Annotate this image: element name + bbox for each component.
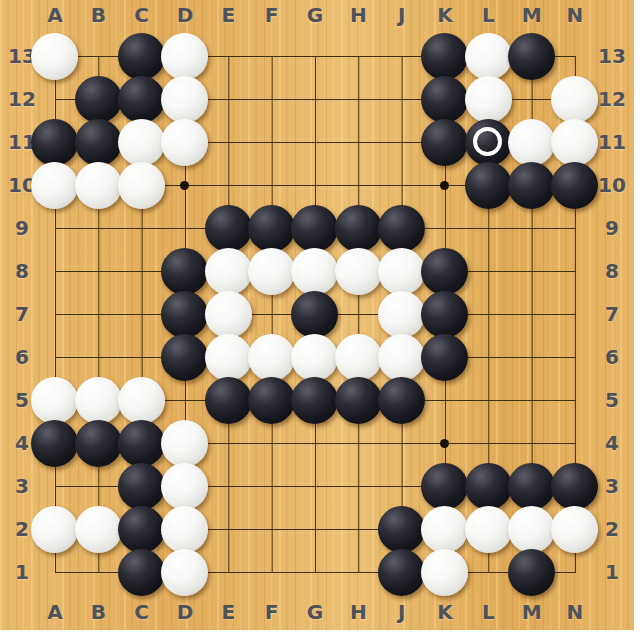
white-stone-B2 (75, 506, 122, 553)
black-stone-D6 (161, 334, 208, 381)
intersection-N10[interactable] (553, 164, 596, 207)
white-stone-C10 (118, 162, 165, 209)
coord-label-right-1: 1 (594, 559, 630, 585)
intersection-G8[interactable] (293, 250, 336, 293)
intersection-D13[interactable] (163, 35, 206, 78)
coord-label-right-2: 2 (594, 516, 630, 542)
intersection-K1[interactable] (423, 551, 466, 594)
intersection-L3[interactable] (467, 465, 510, 508)
intersection-M2[interactable] (510, 508, 553, 551)
white-stone-G8 (291, 248, 338, 295)
intersection-L8[interactable] (467, 250, 510, 293)
intersection-B12[interactable] (77, 78, 120, 121)
white-stone-B10 (75, 162, 122, 209)
intersection-N4[interactable] (553, 422, 596, 465)
black-stone-K3 (421, 463, 468, 510)
intersection-D7[interactable] (163, 293, 206, 336)
black-stone-K13 (421, 33, 468, 80)
intersection-C5[interactable] (120, 379, 163, 422)
coord-label-bottom-J: J (387, 599, 417, 625)
intersection-N6[interactable] (553, 336, 596, 379)
intersection-G13[interactable] (293, 35, 336, 78)
intersection-H7[interactable] (337, 293, 380, 336)
coord-label-top-C: C (127, 2, 157, 28)
black-stone-J9 (378, 205, 425, 252)
intersection-E10[interactable] (207, 164, 250, 207)
intersection-F7[interactable] (250, 293, 293, 336)
coord-label-top-A: A (40, 2, 70, 28)
intersection-D6[interactable] (163, 336, 206, 379)
intersection-H12[interactable] (337, 78, 380, 121)
intersection-F11[interactable] (250, 121, 293, 164)
white-stone-M2 (508, 506, 555, 553)
intersection-J2[interactable] (380, 508, 423, 551)
intersection-A10[interactable] (33, 164, 76, 207)
white-stone-N11 (551, 119, 598, 166)
coord-label-top-F: F (257, 2, 287, 28)
intersection-L9[interactable] (467, 207, 510, 250)
intersection-H3[interactable] (337, 465, 380, 508)
coord-label-bottom-K: K (430, 599, 460, 625)
intersection-A13[interactable] (33, 35, 76, 78)
black-stone-D8 (161, 248, 208, 295)
intersection-A1[interactable] (33, 551, 76, 594)
intersection-M8[interactable] (510, 250, 553, 293)
intersection-N11[interactable] (553, 121, 596, 164)
black-stone-N3 (551, 463, 598, 510)
intersection-C3[interactable] (120, 465, 163, 508)
intersection-A6[interactable] (33, 336, 76, 379)
intersection-G12[interactable] (293, 78, 336, 121)
intersection-J13[interactable] (380, 35, 423, 78)
black-stone-D7 (161, 291, 208, 338)
intersection-M4[interactable] (510, 422, 553, 465)
intersection-N7[interactable] (553, 293, 596, 336)
black-stone-K8 (421, 248, 468, 295)
coord-label-right-4: 4 (594, 430, 630, 456)
intersection-C13[interactable] (120, 35, 163, 78)
intersection-E8[interactable] (207, 250, 250, 293)
intersection-A12[interactable] (33, 78, 76, 121)
intersection-J12[interactable] (380, 78, 423, 121)
black-stone-K11 (421, 119, 468, 166)
intersection-H10[interactable] (337, 164, 380, 207)
intersection-D12[interactable] (163, 78, 206, 121)
coord-label-right-7: 7 (594, 301, 630, 327)
intersection-C11[interactable] (120, 121, 163, 164)
intersection-L7[interactable] (467, 293, 510, 336)
white-stone-D13 (161, 33, 208, 80)
intersection-L4[interactable] (467, 422, 510, 465)
intersection-B6[interactable] (77, 336, 120, 379)
intersection-C2[interactable] (120, 508, 163, 551)
coord-label-bottom-C: C (127, 599, 157, 625)
intersection-E11[interactable] (207, 121, 250, 164)
intersection-J9[interactable] (380, 207, 423, 250)
white-stone-F8 (248, 248, 295, 295)
coord-label-bottom-N: N (560, 599, 590, 625)
intersection-F9[interactable] (250, 207, 293, 250)
white-stone-A5 (31, 377, 78, 424)
intersection-E7[interactable] (207, 293, 250, 336)
intersection-J3[interactable] (380, 465, 423, 508)
intersection-C12[interactable] (120, 78, 163, 121)
white-stone-H8 (335, 248, 382, 295)
white-stone-N12 (551, 76, 598, 123)
black-stone-J5 (378, 377, 425, 424)
white-stone-D11 (161, 119, 208, 166)
intersection-D8[interactable] (163, 250, 206, 293)
intersection-G10[interactable] (293, 164, 336, 207)
intersection-K10[interactable] (423, 164, 466, 207)
white-stone-L13 (465, 33, 512, 80)
coord-label-right-6: 6 (594, 344, 630, 370)
coord-label-right-13: 13 (594, 43, 630, 69)
intersection-M1[interactable] (510, 551, 553, 594)
intersection-E1[interactable] (207, 551, 250, 594)
intersection-J4[interactable] (380, 422, 423, 465)
black-stone-J2 (378, 506, 425, 553)
intersection-A7[interactable] (33, 293, 76, 336)
black-stone-L11 (465, 119, 512, 166)
intersection-F5[interactable] (250, 379, 293, 422)
intersection-K13[interactable] (423, 35, 466, 78)
white-stone-L2 (465, 506, 512, 553)
coord-label-right-5: 5 (594, 387, 630, 413)
coord-label-right-9: 9 (594, 215, 630, 241)
white-stone-D12 (161, 76, 208, 123)
white-stone-E8 (205, 248, 252, 295)
intersection-C10[interactable] (120, 164, 163, 207)
intersection-D5[interactable] (163, 379, 206, 422)
intersection-G7[interactable] (293, 293, 336, 336)
black-stone-K6 (421, 334, 468, 381)
intersection-E9[interactable] (207, 207, 250, 250)
intersection-F13[interactable] (250, 35, 293, 78)
intersection-B5[interactable] (77, 379, 120, 422)
white-stone-L12 (465, 76, 512, 123)
black-stone-C4 (118, 420, 165, 467)
coord-label-top-B: B (83, 2, 113, 28)
intersection-N5[interactable] (553, 379, 596, 422)
coord-label-bottom-A: A (40, 599, 70, 625)
intersection-B10[interactable] (77, 164, 120, 207)
intersection-C4[interactable] (120, 422, 163, 465)
intersection-G4[interactable] (293, 422, 336, 465)
white-stone-C11 (118, 119, 165, 166)
intersection-M5[interactable] (510, 379, 553, 422)
intersection-K9[interactable] (423, 207, 466, 250)
coord-label-top-M: M (517, 2, 547, 28)
white-stone-C5 (118, 377, 165, 424)
black-stone-B12 (75, 76, 122, 123)
intersection-A3[interactable] (33, 465, 76, 508)
intersection-B2[interactable] (77, 508, 120, 551)
intersection-J8[interactable] (380, 250, 423, 293)
coord-label-bottom-E: E (213, 599, 243, 625)
intersection-H6[interactable] (337, 336, 380, 379)
black-stone-C12 (118, 76, 165, 123)
coord-label-top-J: J (387, 2, 417, 28)
intersection-M7[interactable] (510, 293, 553, 336)
intersection-L1[interactable] (467, 551, 510, 594)
intersection-E13[interactable] (207, 35, 250, 78)
intersection-E12[interactable] (207, 78, 250, 121)
black-stone-L3 (465, 463, 512, 510)
intersection-A9[interactable] (33, 207, 76, 250)
white-stone-J6 (378, 334, 425, 381)
coord-label-bottom-F: F (257, 599, 287, 625)
intersection-J10[interactable] (380, 164, 423, 207)
coord-label-top-G: G (300, 2, 330, 28)
intersection-K5[interactable] (423, 379, 466, 422)
coord-label-right-12: 12 (594, 86, 630, 112)
coord-label-top-E: E (213, 2, 243, 28)
coord-label-bottom-D: D (170, 599, 200, 625)
intersection-G9[interactable] (293, 207, 336, 250)
black-stone-N10 (551, 162, 598, 209)
intersection-M12[interactable] (510, 78, 553, 121)
intersection-H13[interactable] (337, 35, 380, 78)
intersection-E6[interactable] (207, 336, 250, 379)
intersection-L2[interactable] (467, 508, 510, 551)
coord-label-top-D: D (170, 2, 200, 28)
black-stone-B11 (75, 119, 122, 166)
intersection-D11[interactable] (163, 121, 206, 164)
coord-label-bottom-G: G (300, 599, 330, 625)
intersection-K12[interactable] (423, 78, 466, 121)
intersection-G6[interactable] (293, 336, 336, 379)
intersection-B13[interactable] (77, 35, 120, 78)
intersection-B11[interactable] (77, 121, 120, 164)
black-stone-H5 (335, 377, 382, 424)
intersection-D10[interactable] (163, 164, 206, 207)
black-stone-J1 (378, 549, 425, 596)
intersection-B7[interactable] (77, 293, 120, 336)
intersection-J11[interactable] (380, 121, 423, 164)
white-stone-G6 (291, 334, 338, 381)
intersection-F12[interactable] (250, 78, 293, 121)
coord-label-right-8: 8 (594, 258, 630, 284)
black-stone-E9 (205, 205, 252, 252)
intersection-F4[interactable] (250, 422, 293, 465)
black-stone-C2 (118, 506, 165, 553)
intersection-B3[interactable] (77, 465, 120, 508)
intersection-N1[interactable] (553, 551, 596, 594)
intersection-C6[interactable] (120, 336, 163, 379)
intersection-D9[interactable] (163, 207, 206, 250)
black-stone-C1 (118, 549, 165, 596)
intersection-A2[interactable] (33, 508, 76, 551)
intersection-N3[interactable] (553, 465, 596, 508)
intersection-H11[interactable] (337, 121, 380, 164)
coord-label-bottom-H: H (343, 599, 373, 625)
intersection-A11[interactable] (33, 121, 76, 164)
intersection-A8[interactable] (33, 250, 76, 293)
white-stone-J8 (378, 248, 425, 295)
intersection-N8[interactable] (553, 250, 596, 293)
black-stone-M13 (508, 33, 555, 80)
intersection-L12[interactable] (467, 78, 510, 121)
black-stone-F5 (248, 377, 295, 424)
black-stone-C3 (118, 463, 165, 510)
intersection-L11[interactable] (467, 121, 510, 164)
intersection-B4[interactable] (77, 422, 120, 465)
intersection-D1[interactable] (163, 551, 206, 594)
white-stone-D2 (161, 506, 208, 553)
intersection-N12[interactable] (553, 78, 596, 121)
black-stone-M3 (508, 463, 555, 510)
intersection-D3[interactable] (163, 465, 206, 508)
intersection-G3[interactable] (293, 465, 336, 508)
intersection-B1[interactable] (77, 551, 120, 594)
coord-label-right-11: 11 (594, 129, 630, 155)
intersection-N9[interactable] (553, 207, 596, 250)
intersection-C1[interactable] (120, 551, 163, 594)
coord-label-bottom-B: B (83, 599, 113, 625)
white-stone-A10 (31, 162, 78, 209)
intersection-J6[interactable] (380, 336, 423, 379)
intersection-L6[interactable] (467, 336, 510, 379)
black-stone-K7 (421, 291, 468, 338)
black-stone-A4 (31, 420, 78, 467)
intersection-E2[interactable] (207, 508, 250, 551)
coord-label-bottom-M: M (517, 599, 547, 625)
intersection-F6[interactable] (250, 336, 293, 379)
white-stone-N2 (551, 506, 598, 553)
black-stone-F9 (248, 205, 295, 252)
intersection-H4[interactable] (337, 422, 380, 465)
intersection-B8[interactable] (77, 250, 120, 293)
intersection-L10[interactable] (467, 164, 510, 207)
intersection-F1[interactable] (250, 551, 293, 594)
intersection-F8[interactable] (250, 250, 293, 293)
intersection-N2[interactable] (553, 508, 596, 551)
last-move-marker (473, 127, 502, 156)
coord-label-top-L: L (473, 2, 503, 28)
intersection-H8[interactable] (337, 250, 380, 293)
intersection-K6[interactable] (423, 336, 466, 379)
black-stone-C13 (118, 33, 165, 80)
black-stone-L10 (465, 162, 512, 209)
white-stone-M11 (508, 119, 555, 166)
intersection-C7[interactable] (120, 293, 163, 336)
black-stone-A11 (31, 119, 78, 166)
intersection-M6[interactable] (510, 336, 553, 379)
white-stone-A13 (31, 33, 78, 80)
white-stone-D1 (161, 549, 208, 596)
intersection-E5[interactable] (207, 379, 250, 422)
intersection-G1[interactable] (293, 551, 336, 594)
intersection-K11[interactable] (423, 121, 466, 164)
intersection-B9[interactable] (77, 207, 120, 250)
intersection-A4[interactable] (33, 422, 76, 465)
white-stone-K2 (421, 506, 468, 553)
intersection-L5[interactable] (467, 379, 510, 422)
intersection-K4[interactable] (423, 422, 466, 465)
intersection-K3[interactable] (423, 465, 466, 508)
intersection-M3[interactable] (510, 465, 553, 508)
intersection-F10[interactable] (250, 164, 293, 207)
intersection-E3[interactable] (207, 465, 250, 508)
go-board: AABBCCDDEEFFGGHHJJKKLLMMNN13131212111110… (0, 0, 634, 630)
intersection-J1[interactable] (380, 551, 423, 594)
black-stone-G9 (291, 205, 338, 252)
white-stone-F6 (248, 334, 295, 381)
coord-label-right-10: 10 (594, 172, 630, 198)
white-stone-J7 (378, 291, 425, 338)
coord-label-right-3: 3 (594, 473, 630, 499)
intersection-E4[interactable] (207, 422, 250, 465)
intersection-H2[interactable] (337, 508, 380, 551)
black-stone-K12 (421, 76, 468, 123)
white-stone-E6 (205, 334, 252, 381)
coord-label-bottom-L: L (473, 599, 503, 625)
black-stone-M1 (508, 549, 555, 596)
intersection-J5[interactable] (380, 379, 423, 422)
white-stone-B5 (75, 377, 122, 424)
white-stone-K1 (421, 549, 468, 596)
intersection-H5[interactable] (337, 379, 380, 422)
intersection-G2[interactable] (293, 508, 336, 551)
intersection-D4[interactable] (163, 422, 206, 465)
coord-label-top-H: H (343, 2, 373, 28)
black-stone-M10 (508, 162, 555, 209)
white-stone-D4 (161, 420, 208, 467)
black-stone-H9 (335, 205, 382, 252)
black-stone-B4 (75, 420, 122, 467)
intersection-M9[interactable] (510, 207, 553, 250)
intersection-H9[interactable] (337, 207, 380, 250)
intersection-G11[interactable] (293, 121, 336, 164)
white-stone-D3 (161, 463, 208, 510)
intersection-D2[interactable] (163, 508, 206, 551)
intersection-F3[interactable] (250, 465, 293, 508)
intersection-C9[interactable] (120, 207, 163, 250)
black-stone-G7 (291, 291, 338, 338)
black-stone-E5 (205, 377, 252, 424)
white-stone-H6 (335, 334, 382, 381)
intersection-H1[interactable] (337, 551, 380, 594)
intersection-M11[interactable] (510, 121, 553, 164)
black-stone-G5 (291, 377, 338, 424)
white-stone-E7 (205, 291, 252, 338)
intersection-K8[interactable] (423, 250, 466, 293)
intersection-K7[interactable] (423, 293, 466, 336)
coord-label-top-N: N (560, 2, 590, 28)
intersection-C8[interactable] (120, 250, 163, 293)
intersection-F2[interactable] (250, 508, 293, 551)
intersection-N13[interactable] (553, 35, 596, 78)
intersection-K2[interactable] (423, 508, 466, 551)
intersection-J7[interactable] (380, 293, 423, 336)
intersection-A5[interactable] (33, 379, 76, 422)
coord-label-top-K: K (430, 2, 460, 28)
intersection-M10[interactable] (510, 164, 553, 207)
intersection-L13[interactable] (467, 35, 510, 78)
intersection-M13[interactable] (510, 35, 553, 78)
intersection-G5[interactable] (293, 379, 336, 422)
white-stone-A2 (31, 506, 78, 553)
